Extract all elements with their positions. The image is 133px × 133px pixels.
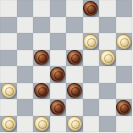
square-r6c4 <box>66 99 83 116</box>
square-r3c3 <box>50 50 67 67</box>
square-r7c7 <box>116 116 133 133</box>
square-r3c0[interactable] <box>0 50 17 67</box>
square-r3c5 <box>83 50 100 67</box>
square-r2c6 <box>99 33 116 50</box>
square-r7c2[interactable] <box>33 116 50 133</box>
square-r4c6 <box>99 66 116 83</box>
square-r6c5[interactable] <box>83 99 100 116</box>
square-r2c5[interactable] <box>83 33 100 50</box>
square-r6c6 <box>99 99 116 116</box>
square-r7c0[interactable] <box>0 116 17 133</box>
square-r1c3 <box>50 17 67 34</box>
light-piece[interactable] <box>100 50 115 65</box>
square-r3c1 <box>17 50 34 67</box>
square-r6c3[interactable] <box>50 99 67 116</box>
square-r2c7[interactable] <box>116 33 133 50</box>
dark-piece[interactable] <box>67 83 82 98</box>
square-r7c4[interactable] <box>66 116 83 133</box>
square-r7c1 <box>17 116 34 133</box>
square-r0c4 <box>66 0 83 17</box>
light-piece[interactable] <box>67 116 82 131</box>
light-piece[interactable] <box>1 116 16 131</box>
square-r0c5[interactable] <box>83 0 100 17</box>
dark-piece[interactable] <box>116 100 131 115</box>
square-r0c0 <box>0 0 17 17</box>
square-r1c4[interactable] <box>66 17 83 34</box>
light-piece[interactable] <box>34 116 49 131</box>
dark-piece[interactable] <box>34 83 49 98</box>
square-r5c6[interactable] <box>99 83 116 100</box>
square-r4c5[interactable] <box>83 66 100 83</box>
square-r5c1 <box>17 83 34 100</box>
square-r4c0 <box>0 66 17 83</box>
dark-piece[interactable] <box>34 50 49 65</box>
square-r2c2 <box>33 33 50 50</box>
square-r3c7 <box>116 50 133 67</box>
square-r4c2 <box>33 66 50 83</box>
square-r1c2[interactable] <box>33 17 50 34</box>
square-r6c2 <box>33 99 50 116</box>
square-r0c3[interactable] <box>50 0 67 17</box>
square-r3c6[interactable] <box>99 50 116 67</box>
checkers-board <box>0 0 132 132</box>
square-r6c1[interactable] <box>17 99 34 116</box>
square-r4c3[interactable] <box>50 66 67 83</box>
square-r7c5 <box>83 116 100 133</box>
square-r5c5 <box>83 83 100 100</box>
light-piece[interactable] <box>83 34 98 49</box>
square-r3c4[interactable] <box>66 50 83 67</box>
square-r0c7[interactable] <box>116 0 133 17</box>
square-r2c1[interactable] <box>17 33 34 50</box>
square-r6c7[interactable] <box>116 99 133 116</box>
square-r6c0 <box>0 99 17 116</box>
square-r1c0[interactable] <box>0 17 17 34</box>
square-r0c2 <box>33 0 50 17</box>
square-r5c2[interactable] <box>33 83 50 100</box>
light-piece[interactable] <box>1 83 16 98</box>
square-r1c5 <box>83 17 100 34</box>
dark-piece[interactable] <box>50 67 65 82</box>
dark-piece[interactable] <box>50 100 65 115</box>
square-r1c6[interactable] <box>99 17 116 34</box>
square-r5c7 <box>116 83 133 100</box>
square-r4c1[interactable] <box>17 66 34 83</box>
square-r2c4 <box>66 33 83 50</box>
square-r7c6[interactable] <box>99 116 116 133</box>
dark-piece[interactable] <box>67 50 82 65</box>
square-r4c7[interactable] <box>116 66 133 83</box>
square-r2c3[interactable] <box>50 33 67 50</box>
square-r3c2[interactable] <box>33 50 50 67</box>
square-r1c7 <box>116 17 133 34</box>
square-r5c4[interactable] <box>66 83 83 100</box>
square-r7c3 <box>50 116 67 133</box>
square-r0c1[interactable] <box>17 0 34 17</box>
light-piece[interactable] <box>116 34 131 49</box>
dark-piece[interactable] <box>83 1 98 16</box>
square-r5c0[interactable] <box>0 83 17 100</box>
square-r4c4 <box>66 66 83 83</box>
square-r2c0 <box>0 33 17 50</box>
square-r1c1 <box>17 17 34 34</box>
square-r5c3 <box>50 83 67 100</box>
square-r0c6 <box>99 0 116 17</box>
